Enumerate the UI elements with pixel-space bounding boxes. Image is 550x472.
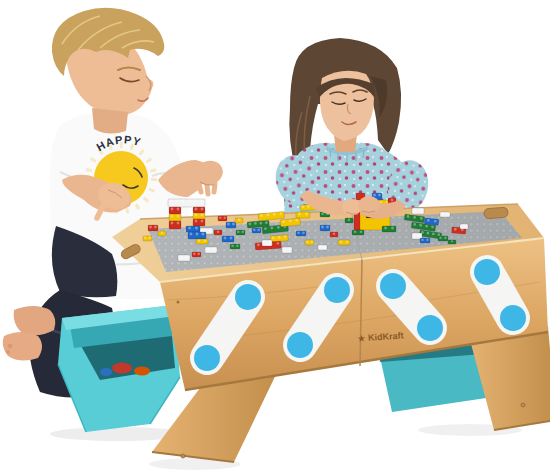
brick-blue xyxy=(420,238,430,243)
brick-green xyxy=(382,226,396,232)
brick-blue xyxy=(252,228,261,233)
brick-yellow xyxy=(143,236,152,241)
brick-green xyxy=(230,244,240,249)
brick-red xyxy=(193,207,205,213)
bin-toy xyxy=(112,363,132,374)
brick-yellow xyxy=(158,231,166,236)
boy-face xyxy=(66,40,153,116)
leg-screw xyxy=(181,454,185,458)
brick-red xyxy=(169,207,181,214)
brick-blue xyxy=(296,231,306,236)
brick-white xyxy=(318,245,327,250)
brick-yellow xyxy=(196,239,208,244)
brick-white xyxy=(178,255,190,261)
brick-green xyxy=(352,230,364,235)
apron-screw xyxy=(177,301,180,304)
brick-yellow xyxy=(296,212,310,218)
brick-yellow xyxy=(270,235,288,242)
brick-red xyxy=(192,252,201,257)
brick-blue xyxy=(320,225,330,231)
brick-red xyxy=(193,219,205,226)
boy-neck xyxy=(92,108,128,134)
brick-yellow xyxy=(169,214,181,221)
brick-yellow xyxy=(338,240,350,245)
brick-white xyxy=(460,224,468,229)
brick-white xyxy=(412,208,424,214)
brick-yellow xyxy=(305,240,314,245)
brick-blue xyxy=(188,232,206,239)
storage-bin-left xyxy=(50,305,186,441)
brick-red xyxy=(214,230,222,235)
brick-white xyxy=(168,199,205,207)
brick-red xyxy=(218,216,227,221)
bin-toy xyxy=(100,368,112,376)
girl-hand xyxy=(358,196,380,214)
brick-blue xyxy=(424,218,439,225)
brick-red xyxy=(148,225,158,231)
brick-white xyxy=(205,247,217,253)
brick-yellow xyxy=(235,218,243,223)
brick-white xyxy=(262,240,272,246)
brick-white xyxy=(440,212,450,217)
leg-screw xyxy=(521,403,525,407)
brick-green xyxy=(345,218,353,223)
brick-yellow xyxy=(193,213,205,219)
brick-red xyxy=(169,221,181,229)
tabletop-handle-right xyxy=(484,207,509,219)
brick-red xyxy=(330,232,338,237)
scene-illustration: HAPPY KID xyxy=(0,0,550,472)
brick-blue xyxy=(186,226,200,232)
play-table: ✯ KidKraft xyxy=(112,204,550,470)
brick-green xyxy=(448,240,456,244)
brick-blue xyxy=(226,222,236,228)
brick-green xyxy=(236,230,245,235)
brick-white xyxy=(282,247,292,253)
product-photo-stage: HAPPY KID xyxy=(0,0,550,472)
brick-blue xyxy=(222,236,234,242)
bin-toy xyxy=(134,367,150,376)
brick-green xyxy=(438,236,448,241)
